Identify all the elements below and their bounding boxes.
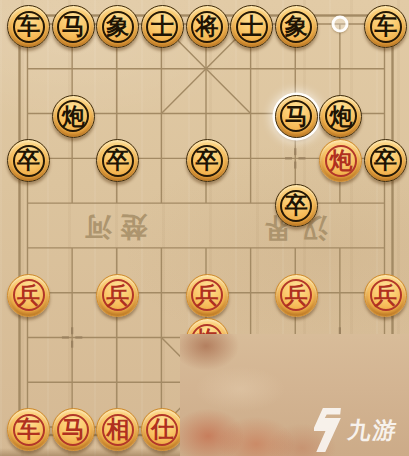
piece-glyph: 相 bbox=[106, 418, 129, 441]
piece-black-advisor[interactable]: 士 bbox=[230, 5, 273, 48]
piece-black-general[interactable]: 将 bbox=[186, 5, 229, 48]
piece-glyph: 士 bbox=[240, 15, 263, 38]
piece-red-advisor[interactable]: 仕 bbox=[141, 408, 184, 451]
piece-glyph: 将 bbox=[196, 15, 219, 38]
piece-black-soldier[interactable]: 卒 bbox=[275, 184, 318, 227]
piece-glyph: 马 bbox=[62, 418, 85, 441]
watermark: 九游 bbox=[314, 404, 409, 456]
piece-black-chariot[interactable]: 车 bbox=[364, 5, 407, 48]
piece-black-cannon[interactable]: 炮 bbox=[319, 95, 362, 138]
piece-black-cannon[interactable]: 炮 bbox=[52, 95, 95, 138]
watermark-text: 九游 bbox=[346, 415, 400, 446]
piece-glyph: 车 bbox=[374, 15, 397, 38]
piece-glyph: 马 bbox=[285, 104, 308, 127]
piece-black-advisor[interactable]: 士 bbox=[141, 5, 184, 48]
piece-black-horse[interactable]: 马 bbox=[52, 5, 95, 48]
piece-red-soldier[interactable]: 兵 bbox=[7, 274, 50, 317]
piece-glyph: 卒 bbox=[374, 149, 397, 172]
piece-glyph: 炮 bbox=[329, 149, 352, 172]
piece-red-elephant[interactable]: 相 bbox=[96, 408, 139, 451]
piece-glyph: 兵 bbox=[106, 283, 129, 306]
xiangqi-board-screen: 楚河 汉界 车马象士将士象车炮马炮卒卒卒炮卒卒兵兵兵兵兵炮车马相仕帅仕相马车 九… bbox=[0, 0, 409, 456]
piece-red-horse[interactable]: 马 bbox=[52, 408, 95, 451]
piece-glyph: 士 bbox=[151, 15, 174, 38]
piece-red-chariot[interactable]: 车 bbox=[7, 408, 50, 451]
piece-glyph: 卒 bbox=[285, 194, 308, 217]
river-label-left: 楚河 bbox=[76, 209, 157, 245]
piece-black-elephant[interactable]: 象 bbox=[275, 5, 318, 48]
piece-red-soldier[interactable]: 兵 bbox=[96, 274, 139, 317]
piece-glyph: 象 bbox=[106, 15, 129, 38]
piece-red-soldier[interactable]: 兵 bbox=[364, 274, 407, 317]
piece-glyph: 炮 bbox=[62, 104, 85, 127]
piece-glyph: 仕 bbox=[151, 418, 174, 441]
piece-glyph: 兵 bbox=[374, 283, 397, 306]
piece-red-soldier[interactable]: 兵 bbox=[186, 274, 229, 317]
piece-glyph: 马 bbox=[62, 15, 85, 38]
piece-glyph: 车 bbox=[17, 418, 40, 441]
piece-glyph: 卒 bbox=[17, 149, 40, 172]
move-origin-marker bbox=[331, 16, 348, 33]
piece-black-elephant[interactable]: 象 bbox=[96, 5, 139, 48]
piece-red-soldier[interactable]: 兵 bbox=[275, 274, 318, 317]
piece-glyph: 兵 bbox=[196, 283, 219, 306]
piece-glyph: 卒 bbox=[196, 149, 219, 172]
piece-black-horse[interactable]: 马 bbox=[275, 95, 318, 138]
piece-glyph: 炮 bbox=[329, 104, 352, 127]
piece-glyph: 兵 bbox=[17, 283, 40, 306]
piece-black-soldier[interactable]: 卒 bbox=[186, 139, 229, 182]
piece-glyph: 兵 bbox=[285, 283, 308, 306]
piece-glyph: 车 bbox=[17, 15, 40, 38]
piece-glyph: 卒 bbox=[106, 149, 129, 172]
piece-black-chariot[interactable]: 车 bbox=[7, 5, 50, 48]
piece-glyph: 象 bbox=[285, 15, 308, 38]
ninegame-logo-icon bbox=[314, 407, 344, 453]
